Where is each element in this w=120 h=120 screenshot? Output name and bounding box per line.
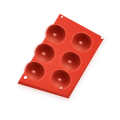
corner-pin-hole	[101, 36, 103, 38]
corner-pin-hole	[60, 87, 62, 89]
corner-pin-hole	[24, 76, 26, 78]
corner-hole-layer	[0, 0, 120, 120]
silicone-mold	[0, 0, 120, 120]
product-photo	[0, 0, 120, 120]
corner-pin-hole	[61, 16, 63, 18]
